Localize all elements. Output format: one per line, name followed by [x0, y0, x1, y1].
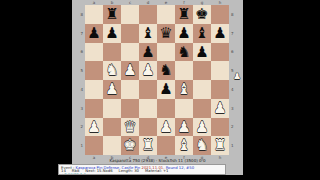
square-d3[interactable]: [139, 99, 157, 118]
square-c7[interactable]: [121, 24, 139, 43]
square-h5[interactable]: [211, 61, 229, 80]
rank-label-8: 8: [229, 5, 242, 24]
square-c8[interactable]: [121, 5, 139, 24]
piece-black-pawn[interactable]: ♟: [87, 24, 100, 43]
material-count: Material: +1: [145, 168, 169, 173]
square-g1[interactable]: ♞: [193, 136, 211, 155]
piece-white-knight[interactable]: ♞: [195, 136, 208, 155]
square-a2[interactable]: ♟: [85, 118, 103, 137]
rank-label-2: 2: [72, 118, 85, 137]
piece-white-pawn[interactable]: ♟: [141, 61, 154, 80]
piece-white-rook[interactable]: ♜: [141, 136, 154, 155]
piece-black-pawn[interactable]: ♟: [177, 24, 190, 43]
square-d7[interactable]: ♝: [139, 24, 157, 43]
piece-white-queen[interactable]: ♛: [123, 118, 136, 137]
square-d6[interactable]: ♟: [139, 43, 157, 62]
square-f7[interactable]: ♟: [175, 24, 193, 43]
square-e3[interactable]: [157, 99, 175, 118]
square-a8[interactable]: [85, 5, 103, 24]
piece-white-pawn[interactable]: ♟: [123, 61, 136, 80]
square-e5[interactable]: ♞: [157, 61, 175, 80]
square-h3[interactable]: ♟: [211, 99, 229, 118]
square-b6[interactable]: [103, 43, 121, 62]
square-a3[interactable]: [85, 99, 103, 118]
square-h8[interactable]: [211, 5, 229, 24]
next-move: Next: 15.Nxd6: [85, 168, 112, 173]
square-g6[interactable]: ♟: [193, 43, 211, 62]
square-e2[interactable]: ♟: [157, 118, 175, 137]
square-f1[interactable]: ♝: [175, 136, 193, 155]
piece-white-rook[interactable]: ♜: [213, 136, 226, 155]
rank-label-2: 2: [229, 118, 242, 137]
square-c2[interactable]: ♛: [121, 118, 139, 137]
piece-black-rook[interactable]: ♜: [105, 5, 118, 24]
piece-black-king[interactable]: ♚: [195, 5, 208, 24]
rank-label-4: 4: [72, 80, 85, 99]
rank-label-5: 5: [72, 61, 85, 80]
rank-label-1: 1: [229, 136, 242, 155]
rank-label-3: 3: [72, 99, 85, 118]
square-g7[interactable]: ♝: [193, 24, 211, 43]
rank-label-1: 1: [72, 136, 85, 155]
piece-white-king[interactable]: ♚: [123, 136, 136, 155]
piece-black-knight[interactable]: ♞: [159, 61, 172, 80]
engine-eval: +0.88/22 1.3s: [61, 173, 223, 175]
square-g4[interactable]: [193, 80, 211, 99]
game-info-box: Event : Kasparova Pin Defense, Castle Pi…: [58, 164, 226, 175]
piece-white-bishop[interactable]: ♝: [177, 80, 190, 99]
piece-white-pawn[interactable]: ♟: [105, 80, 118, 99]
square-b8[interactable]: ♜: [103, 5, 121, 24]
piece-white-pawn[interactable]: ♟: [177, 118, 190, 137]
piece-black-pawn[interactable]: ♟: [159, 80, 172, 99]
piece-black-pawn[interactable]: ♟: [213, 24, 226, 43]
rank-label-4: 4: [229, 80, 242, 99]
square-b2[interactable]: [103, 118, 121, 137]
square-b7[interactable]: ♟: [103, 24, 121, 43]
square-h1[interactable]: ♜: [211, 136, 229, 155]
square-b4[interactable]: ♟: [103, 80, 121, 99]
square-h2[interactable]: [211, 118, 229, 137]
square-c5[interactable]: ♟: [121, 61, 139, 80]
square-c3[interactable]: [121, 99, 139, 118]
square-f6[interactable]: ♞: [175, 43, 193, 62]
square-h7[interactable]: ♟: [211, 24, 229, 43]
square-d8[interactable]: [139, 5, 157, 24]
square-c4[interactable]: [121, 80, 139, 99]
piece-white-knight[interactable]: ♞: [105, 61, 118, 80]
video-frame: abcdefgh 87654321 ♜♜♚♟♟♝♛♟♝♟♟♞♟♞♟♟♞♟♟♝♟♟…: [0, 0, 320, 180]
square-e4[interactable]: ♟: [157, 80, 175, 99]
piece-black-knight[interactable]: ♞: [177, 43, 190, 62]
square-c1[interactable]: ♚: [121, 136, 139, 155]
square-e6[interactable]: [157, 43, 175, 62]
players-result-line: Kasparotta 750 (2938) - Stockfish 11 (35…: [58, 159, 257, 164]
square-f2[interactable]: ♟: [175, 118, 193, 137]
piece-black-bishop[interactable]: ♝: [195, 24, 208, 43]
chess-panel: abcdefgh 87654321 ♜♜♚♟♟♝♛♟♝♟♟♞♟♞♟♟♞♟♟♝♟♟…: [72, 0, 243, 175]
square-e1[interactable]: [157, 136, 175, 155]
material-advantage-white-pawn-icon: ♟: [231, 71, 243, 81]
piece-black-pawn[interactable]: ♟: [105, 24, 118, 43]
square-g2[interactable]: ♟: [193, 118, 211, 137]
square-e8[interactable]: [157, 5, 175, 24]
square-a1[interactable]: [85, 136, 103, 155]
square-a7[interactable]: ♟: [85, 24, 103, 43]
rank-label-7: 7: [72, 24, 85, 43]
square-b5[interactable]: ♞: [103, 61, 121, 80]
square-f5[interactable]: [175, 61, 193, 80]
square-a5[interactable]: [85, 61, 103, 80]
square-b3[interactable]: [103, 99, 121, 118]
piece-black-rook[interactable]: ♜: [177, 5, 190, 24]
rank-label-7: 7: [229, 24, 242, 43]
game-length: Length: 30: [119, 168, 139, 173]
square-b1[interactable]: [103, 136, 121, 155]
square-f4[interactable]: ♝: [175, 80, 193, 99]
square-g8[interactable]: ♚: [193, 5, 211, 24]
piece-black-pawn[interactable]: ♟: [141, 43, 154, 62]
square-d2[interactable]: [139, 118, 157, 137]
square-d4[interactable]: [139, 80, 157, 99]
rank-label-6: 6: [229, 43, 242, 62]
piece-white-pawn[interactable]: ♟: [213, 99, 226, 118]
square-d5[interactable]: ♟: [139, 61, 157, 80]
square-c6[interactable]: [121, 43, 139, 62]
piece-white-pawn[interactable]: ♟: [159, 118, 172, 137]
square-a4[interactable]: [85, 80, 103, 99]
square-g3[interactable]: [193, 99, 211, 118]
piece-white-bishop[interactable]: ♝: [177, 136, 190, 155]
rank-labels-left: 87654321: [72, 5, 85, 155]
square-f3[interactable]: [175, 99, 193, 118]
square-h6[interactable]: [211, 43, 229, 62]
square-f8[interactable]: ♜: [175, 5, 193, 24]
square-g5[interactable]: [193, 61, 211, 80]
square-d1[interactable]: ♜: [139, 136, 157, 155]
rank-label-8: 8: [72, 5, 85, 24]
piece-white-pawn[interactable]: ♟: [195, 118, 208, 137]
piece-black-bishop[interactable]: ♝: [141, 24, 154, 43]
rank-label-6: 6: [72, 43, 85, 62]
piece-black-queen[interactable]: ♛: [159, 24, 172, 43]
piece-white-pawn[interactable]: ♟: [87, 118, 100, 137]
square-a6[interactable]: [85, 43, 103, 62]
square-h4[interactable]: [211, 80, 229, 99]
square-e7[interactable]: ♛: [157, 24, 175, 43]
piece-black-pawn[interactable]: ♟: [195, 43, 208, 62]
rank-label-3: 3: [229, 99, 242, 118]
chess-board: ♜♜♚♟♟♝♛♟♝♟♟♞♟♞♟♟♞♟♟♝♟♟♛♟♟♟♚♜♝♞♜: [85, 5, 229, 155]
